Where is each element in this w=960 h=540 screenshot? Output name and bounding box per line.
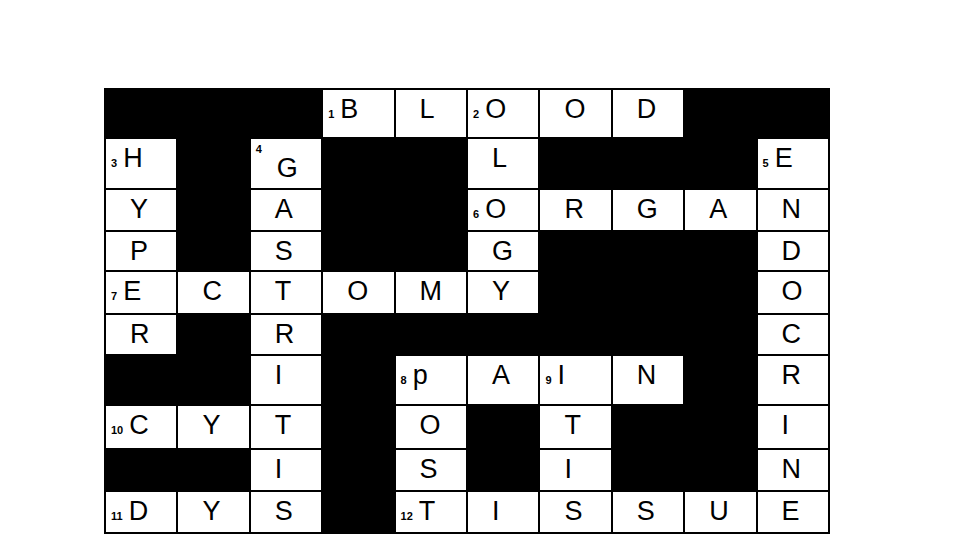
cell-letter: E [123, 276, 141, 306]
cell-letter: T [275, 276, 292, 306]
cell-r10c2[interactable]: Y [178, 492, 248, 532]
cell-r9c3[interactable]: I [251, 450, 321, 490]
clue-number: 7 [111, 290, 117, 302]
black-cell-r10c4 [323, 492, 393, 532]
cell-r7c7[interactable]: 9I [540, 356, 610, 404]
black-cell-r8c9 [685, 406, 755, 448]
cell-letter: O [420, 410, 441, 440]
cell-letter: L [492, 143, 507, 173]
cell-r5c3[interactable]: T [251, 272, 321, 313]
cell-letter: T [275, 410, 292, 440]
cell-letter: I [275, 360, 283, 390]
cell-r3c7[interactable]: R [540, 190, 610, 230]
cell-letter: N [782, 194, 802, 224]
black-cell-r7c2 [178, 356, 248, 404]
cell-r7c10[interactable]: R [758, 356, 828, 404]
cell-letter: I [782, 410, 790, 440]
cell-letter: L [420, 94, 435, 124]
cell-letter: I [558, 360, 566, 390]
cell-r3c8[interactable]: G [613, 190, 683, 230]
cell-r3c9[interactable]: A [685, 190, 755, 230]
cell-r8c3[interactable]: T [251, 406, 321, 448]
cell-r5c6[interactable]: Y [468, 272, 538, 313]
cell-r1c7[interactable]: O [540, 90, 610, 137]
cell-letter: Y [492, 276, 510, 306]
cell-letter: C [202, 276, 222, 306]
cell-letter: B [340, 94, 358, 124]
cell-r10c5[interactable]: 12T [396, 492, 466, 532]
clue-number: 9 [545, 374, 551, 386]
black-cell-r4c9 [685, 232, 755, 270]
cell-r5c10[interactable]: O [758, 272, 828, 313]
cell-r10c1[interactable]: 11D [106, 492, 176, 532]
black-cell-r2c8 [613, 139, 683, 188]
black-cell-r4c7 [540, 232, 610, 270]
cell-r5c5[interactable]: M [396, 272, 466, 313]
clue-number: 6 [473, 208, 479, 220]
cell-letter: O [485, 94, 506, 124]
cell-letter: R [275, 319, 295, 349]
cell-r9c7[interactable]: I [540, 450, 610, 490]
cell-letter: C [782, 319, 802, 349]
black-cell-r1c3 [251, 90, 321, 137]
black-cell-r2c7 [540, 139, 610, 188]
cell-r8c7[interactable]: T [540, 406, 610, 448]
cell-r8c1[interactable]: 10C [106, 406, 176, 448]
cell-r5c2[interactable]: C [178, 272, 248, 313]
cell-r5c1[interactable]: 7E [106, 272, 176, 313]
cell-letter: D [129, 496, 149, 526]
black-cell-r7c1 [106, 356, 176, 404]
cell-r10c6[interactable]: I [468, 492, 538, 532]
black-cell-r8c8 [613, 406, 683, 448]
cell-r2c1[interactable]: 3H [106, 139, 176, 188]
black-cell-r6c8 [613, 315, 683, 354]
cell-r2c6[interactable]: L [468, 139, 538, 188]
cell-letter: O [782, 276, 803, 306]
black-cell-r6c9 [685, 315, 755, 354]
cell-letter: G [637, 194, 658, 224]
cell-letter: N [637, 360, 657, 390]
cell-letter: N [782, 454, 802, 484]
black-cell-r9c8 [613, 450, 683, 490]
crossword-board: 1BL2OOD3H4GL5EYA6ORGANPSGD7ECTOMYORRCI8p… [104, 88, 830, 534]
cell-letter: Y [202, 496, 220, 526]
cell-r9c5[interactable]: S [396, 450, 466, 490]
black-cell-r5c9 [685, 272, 755, 313]
clue-number: 8 [401, 374, 407, 386]
black-cell-r9c2 [178, 450, 248, 490]
clue-number: 10 [111, 424, 123, 436]
clue-number: 11 [111, 510, 123, 522]
cell-r4c6[interactable]: G [468, 232, 538, 270]
cell-r5c4[interactable]: O [323, 272, 393, 313]
clue-number: 12 [401, 510, 413, 522]
cell-r3c1[interactable]: Y [106, 190, 176, 230]
black-cell-r7c9 [685, 356, 755, 404]
black-cell-r2c4 [323, 139, 393, 188]
cell-letter: O [347, 276, 368, 306]
cell-r8c10[interactable]: I [758, 406, 828, 448]
cell-r7c6[interactable]: A [468, 356, 538, 404]
cell-letter: R [130, 319, 150, 349]
cell-r10c9[interactable]: U [685, 492, 755, 532]
cell-letter: p [413, 360, 428, 390]
cell-letter: Y [202, 410, 220, 440]
cell-letter: R [782, 360, 802, 390]
black-cell-r6c2 [178, 315, 248, 354]
cell-r9c10[interactable]: N [758, 450, 828, 490]
black-cell-r4c8 [613, 232, 683, 270]
black-cell-r1c9 [685, 90, 755, 137]
cell-letter: E [775, 143, 793, 173]
black-cell-r6c5 [396, 315, 466, 354]
black-cell-r3c4 [323, 190, 393, 230]
cell-letter: S [564, 496, 582, 526]
cell-r6c3[interactable]: R [251, 315, 321, 354]
cell-r3c6[interactable]: 6O [468, 190, 538, 230]
cell-r10c8[interactable]: S [613, 492, 683, 532]
cell-r10c10[interactable]: E [758, 492, 828, 532]
black-cell-r2c5 [396, 139, 466, 188]
cell-letter: D [782, 236, 802, 266]
black-cell-r1c2 [178, 90, 248, 137]
cell-letter: M [420, 276, 443, 306]
black-cell-r5c7 [540, 272, 610, 313]
cell-letter: S [637, 496, 655, 526]
cell-letter: E [782, 496, 800, 526]
cell-letter: H [123, 143, 143, 173]
clue-number: 3 [111, 157, 117, 169]
cell-letter: I [275, 454, 283, 484]
cell-letter: I [564, 454, 572, 484]
cell-letter: G [492, 236, 513, 266]
cell-letter: P [130, 236, 148, 266]
black-cell-r8c6 [468, 406, 538, 448]
black-cell-r1c1 [106, 90, 176, 137]
cell-r1c8[interactable]: D [613, 90, 683, 137]
cell-r2c10[interactable]: 5E [758, 139, 828, 188]
cell-letter: A [275, 194, 293, 224]
cell-letter: T [564, 410, 581, 440]
black-cell-r9c1 [106, 450, 176, 490]
cell-letter: I [492, 496, 500, 526]
cell-r1c5[interactable]: L [396, 90, 466, 137]
black-cell-r5c8 [613, 272, 683, 313]
black-cell-r3c2 [178, 190, 248, 230]
black-cell-r9c9 [685, 450, 755, 490]
clue-number: 5 [763, 157, 769, 169]
cell-r4c3[interactable]: S [251, 232, 321, 270]
cell-r3c10[interactable]: N [758, 190, 828, 230]
cell-r8c5[interactable]: O [396, 406, 466, 448]
clue-number: 2 [473, 108, 479, 120]
clue-number: 1 [328, 108, 334, 120]
cell-r1c6[interactable]: 2O [468, 90, 538, 137]
cell-letter: D [637, 94, 657, 124]
cell-letter: U [709, 496, 729, 526]
black-cell-r2c9 [685, 139, 755, 188]
black-cell-r8c4 [323, 406, 393, 448]
cell-letter: R [564, 194, 584, 224]
cell-letter: O [485, 194, 506, 224]
black-cell-r3c5 [396, 190, 466, 230]
black-cell-r4c4 [323, 232, 393, 270]
black-cell-r9c6 [468, 450, 538, 490]
cell-r10c3[interactable]: S [251, 492, 321, 532]
cell-letter: T [419, 496, 436, 526]
cell-letter: O [564, 94, 585, 124]
cell-letter: A [492, 360, 510, 390]
black-cell-r4c2 [178, 232, 248, 270]
black-cell-r7c4 [323, 356, 393, 404]
cell-r3c3[interactable]: A [251, 190, 321, 230]
cell-letter: Y [130, 194, 148, 224]
cell-r7c3[interactable]: I [251, 356, 321, 404]
cell-r6c1[interactable]: R [106, 315, 176, 354]
black-cell-r6c4 [323, 315, 393, 354]
black-cell-r4c5 [396, 232, 466, 270]
black-cell-r6c7 [540, 315, 610, 354]
slide-canvas: 1BL2OOD3H4GL5EYA6ORGANPSGD7ECTOMYORRCI8p… [0, 0, 960, 540]
cell-letter: G [277, 153, 298, 183]
cell-r7c8[interactable]: N [613, 356, 683, 404]
cell-r8c2[interactable]: Y [178, 406, 248, 448]
cell-letter: S [275, 236, 293, 266]
black-cell-r1c10 [758, 90, 828, 137]
cell-letter: C [129, 410, 149, 440]
cell-r4c1[interactable]: P [106, 232, 176, 270]
cell-letter: S [420, 454, 438, 484]
black-cell-r9c4 [323, 450, 393, 490]
cell-r10c7[interactable]: S [540, 492, 610, 532]
cell-r4c10[interactable]: D [758, 232, 828, 270]
cell-r1c4[interactable]: 1B [323, 90, 393, 137]
cell-r6c10[interactable]: C [758, 315, 828, 354]
black-cell-r2c2 [178, 139, 248, 188]
cell-letter: A [709, 194, 727, 224]
cell-letter: S [275, 496, 293, 526]
cell-r7c5[interactable]: 8p [396, 356, 466, 404]
cell-r2c3[interactable]: 4G [251, 139, 321, 188]
black-cell-r6c6 [468, 315, 538, 354]
